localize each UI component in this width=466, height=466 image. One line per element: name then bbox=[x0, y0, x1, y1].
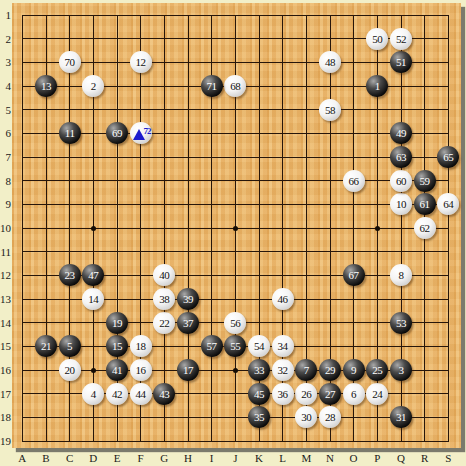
stone-white-F15: 18 bbox=[130, 335, 152, 357]
stone-white-Q8: 60 bbox=[390, 170, 412, 192]
stone-black-C15: 5 bbox=[59, 335, 81, 357]
column-label-M: M bbox=[296, 451, 316, 465]
move-number: 15 bbox=[112, 335, 122, 357]
move-number: 37 bbox=[183, 312, 193, 334]
move-number: 47 bbox=[88, 264, 98, 286]
move-number: 65 bbox=[443, 146, 453, 168]
column-label-K: K bbox=[249, 451, 269, 465]
move-number: 48 bbox=[325, 51, 335, 73]
star-point bbox=[91, 226, 96, 231]
grid-line-vertical bbox=[164, 15, 165, 442]
row-label-14: 14 bbox=[0, 316, 11, 330]
move-number: 58 bbox=[325, 99, 335, 121]
stone-white-D17: 4 bbox=[82, 383, 104, 405]
stone-black-N16: 29 bbox=[319, 359, 341, 381]
column-label-N: N bbox=[320, 451, 340, 465]
move-number: 71 bbox=[207, 75, 217, 97]
grid-line-horizontal bbox=[22, 109, 449, 110]
move-number: 64 bbox=[443, 193, 453, 215]
move-number: 36 bbox=[278, 383, 288, 405]
move-number: 33 bbox=[254, 359, 264, 381]
stone-black-O12: 67 bbox=[343, 264, 365, 286]
move-number: 14 bbox=[88, 288, 98, 310]
move-number: 44 bbox=[136, 383, 146, 405]
stone-black-R9: 61 bbox=[414, 193, 436, 215]
move-number: 60 bbox=[396, 170, 406, 192]
stone-white-C16: 20 bbox=[59, 359, 81, 381]
grid-line-vertical bbox=[448, 15, 449, 442]
move-number: 66 bbox=[349, 170, 359, 192]
move-number: 72 bbox=[144, 125, 151, 137]
stone-black-H13: 39 bbox=[177, 288, 199, 310]
stone-white-P2: 50 bbox=[366, 28, 388, 50]
move-number: 39 bbox=[183, 288, 193, 310]
stone-white-M17: 26 bbox=[295, 383, 317, 405]
stone-black-K16: 33 bbox=[248, 359, 270, 381]
stone-white-F3: 12 bbox=[130, 51, 152, 73]
stone-white-F16: 16 bbox=[130, 359, 152, 381]
column-label-D: D bbox=[83, 451, 103, 465]
move-number: 18 bbox=[136, 335, 146, 357]
move-number: 17 bbox=[183, 359, 193, 381]
move-number: 63 bbox=[396, 146, 406, 168]
stone-white-L16: 32 bbox=[272, 359, 294, 381]
move-number: 9 bbox=[351, 359, 356, 381]
move-number: 16 bbox=[136, 359, 146, 381]
move-number: 70 bbox=[65, 51, 75, 73]
move-number: 49 bbox=[396, 122, 406, 144]
move-number: 19 bbox=[112, 312, 122, 334]
column-label-A: A bbox=[12, 451, 32, 465]
move-number: 6 bbox=[351, 383, 356, 405]
row-label-3: 3 bbox=[0, 55, 11, 69]
move-number: 23 bbox=[65, 264, 75, 286]
stone-white-F6: 72 bbox=[130, 122, 152, 144]
stone-white-O17: 6 bbox=[343, 383, 365, 405]
grid-line-vertical bbox=[22, 15, 23, 442]
move-number: 3 bbox=[399, 359, 404, 381]
row-label-10: 10 bbox=[0, 221, 11, 235]
row-label-9: 9 bbox=[0, 197, 11, 211]
row-label-18: 18 bbox=[0, 410, 11, 424]
star-point bbox=[233, 368, 238, 373]
stone-black-E14: 19 bbox=[106, 312, 128, 334]
column-label-B: B bbox=[36, 451, 56, 465]
move-number: 27 bbox=[325, 383, 335, 405]
move-number: 50 bbox=[372, 28, 382, 50]
stone-black-B4: 13 bbox=[35, 75, 57, 97]
stone-black-Q14: 53 bbox=[390, 312, 412, 334]
stone-white-J14: 56 bbox=[224, 312, 246, 334]
grid-line-horizontal bbox=[22, 157, 449, 158]
row-label-16: 16 bbox=[0, 363, 11, 377]
move-number: 61 bbox=[420, 193, 430, 215]
column-label-O: O bbox=[344, 451, 364, 465]
stone-black-N17: 27 bbox=[319, 383, 341, 405]
stone-white-P17: 24 bbox=[366, 383, 388, 405]
move-number: 69 bbox=[112, 122, 122, 144]
column-label-G: G bbox=[154, 451, 174, 465]
move-number: 20 bbox=[65, 359, 75, 381]
move-number: 1 bbox=[375, 75, 380, 97]
column-label-P: P bbox=[367, 451, 387, 465]
row-label-8: 8 bbox=[0, 174, 11, 188]
move-number: 22 bbox=[159, 312, 169, 334]
move-number: 68 bbox=[230, 75, 240, 97]
stone-white-G14: 22 bbox=[153, 312, 175, 334]
stone-black-I15: 57 bbox=[201, 335, 223, 357]
move-number: 54 bbox=[254, 335, 264, 357]
stone-black-C6: 11 bbox=[59, 122, 81, 144]
move-number: 5 bbox=[67, 335, 72, 357]
row-label-7: 7 bbox=[0, 150, 11, 164]
grid-line-horizontal bbox=[22, 204, 449, 205]
stone-black-K17: 45 bbox=[248, 383, 270, 405]
move-number: 4 bbox=[91, 383, 96, 405]
grid-line-horizontal bbox=[22, 417, 449, 418]
move-number: 7 bbox=[304, 359, 309, 381]
move-number: 52 bbox=[396, 28, 406, 50]
stone-black-H16: 17 bbox=[177, 359, 199, 381]
column-label-I: I bbox=[202, 451, 222, 465]
stone-white-L15: 34 bbox=[272, 335, 294, 357]
star-point bbox=[375, 226, 380, 231]
column-label-Q: Q bbox=[391, 451, 411, 465]
row-label-1: 1 bbox=[0, 8, 11, 22]
move-number: 28 bbox=[325, 406, 335, 428]
go-board: ABCDEFGHIJKLMNOPQRS123456789101112131415… bbox=[0, 0, 466, 466]
stone-black-C12: 23 bbox=[59, 264, 81, 286]
move-number: 56 bbox=[230, 312, 240, 334]
stone-white-N5: 58 bbox=[319, 99, 341, 121]
move-number: 10 bbox=[396, 193, 406, 215]
grid-line-horizontal bbox=[22, 15, 449, 16]
grid-line-horizontal bbox=[22, 441, 449, 442]
move-number: 67 bbox=[349, 264, 359, 286]
star-point bbox=[233, 226, 238, 231]
column-label-L: L bbox=[273, 451, 293, 465]
move-number: 32 bbox=[278, 359, 288, 381]
stone-white-L17: 36 bbox=[272, 383, 294, 405]
stone-white-L13: 46 bbox=[272, 288, 294, 310]
last-move-triangle-icon bbox=[133, 129, 145, 140]
stone-white-Q2: 52 bbox=[390, 28, 412, 50]
move-number: 24 bbox=[372, 383, 382, 405]
stone-white-E17: 42 bbox=[106, 383, 128, 405]
move-number: 29 bbox=[325, 359, 335, 381]
stone-black-R8: 59 bbox=[414, 170, 436, 192]
row-label-12: 12 bbox=[0, 268, 11, 282]
row-label-19: 19 bbox=[0, 434, 11, 448]
move-number: 38 bbox=[159, 288, 169, 310]
move-number: 13 bbox=[41, 75, 51, 97]
move-number: 42 bbox=[112, 383, 122, 405]
row-label-5: 5 bbox=[0, 103, 11, 117]
column-label-H: H bbox=[178, 451, 198, 465]
move-number: 26 bbox=[301, 383, 311, 405]
star-point bbox=[91, 368, 96, 373]
stone-black-Q16: 3 bbox=[390, 359, 412, 381]
grid-line-horizontal bbox=[22, 251, 449, 252]
column-label-F: F bbox=[131, 451, 151, 465]
column-label-E: E bbox=[107, 451, 127, 465]
stone-black-Q7: 63 bbox=[390, 146, 412, 168]
stone-white-R10: 62 bbox=[414, 217, 436, 239]
move-number: 41 bbox=[112, 359, 122, 381]
move-number: 31 bbox=[396, 406, 406, 428]
stone-black-I4: 71 bbox=[201, 75, 223, 97]
row-label-11: 11 bbox=[0, 245, 11, 259]
stone-black-G17: 43 bbox=[153, 383, 175, 405]
row-label-15: 15 bbox=[0, 339, 11, 353]
column-label-R: R bbox=[415, 451, 435, 465]
stone-black-O16: 9 bbox=[343, 359, 365, 381]
move-number: 43 bbox=[159, 383, 169, 405]
grid-line-horizontal bbox=[22, 180, 449, 181]
move-number: 62 bbox=[420, 217, 430, 239]
column-label-J: J bbox=[225, 451, 245, 465]
move-number: 51 bbox=[396, 51, 406, 73]
move-number: 21 bbox=[41, 335, 51, 357]
grid-line-horizontal bbox=[22, 133, 449, 134]
stone-white-F17: 44 bbox=[130, 383, 152, 405]
row-label-6: 6 bbox=[0, 126, 11, 140]
move-number: 35 bbox=[254, 406, 264, 428]
column-label-C: C bbox=[60, 451, 80, 465]
move-number: 53 bbox=[396, 312, 406, 334]
move-number: 12 bbox=[136, 51, 146, 73]
row-label-2: 2 bbox=[0, 32, 11, 46]
move-number: 40 bbox=[159, 264, 169, 286]
move-number: 45 bbox=[254, 383, 264, 405]
move-number: 46 bbox=[278, 288, 288, 310]
row-label-4: 4 bbox=[0, 79, 11, 93]
column-label-S: S bbox=[438, 451, 458, 465]
move-number: 11 bbox=[65, 122, 75, 144]
move-number: 57 bbox=[207, 335, 217, 357]
move-number: 8 bbox=[399, 264, 404, 286]
stone-black-H14: 37 bbox=[177, 312, 199, 334]
row-label-13: 13 bbox=[0, 292, 11, 306]
move-number: 2 bbox=[91, 75, 96, 97]
grid-line-horizontal bbox=[22, 62, 449, 63]
move-number: 34 bbox=[278, 335, 288, 357]
move-number: 30 bbox=[301, 406, 311, 428]
row-label-17: 17 bbox=[0, 387, 11, 401]
stone-white-C3: 70 bbox=[59, 51, 81, 73]
move-number: 55 bbox=[230, 335, 240, 357]
stone-black-E16: 41 bbox=[106, 359, 128, 381]
stone-white-O8: 66 bbox=[343, 170, 365, 192]
move-number: 59 bbox=[420, 170, 430, 192]
move-number: 25 bbox=[372, 359, 382, 381]
